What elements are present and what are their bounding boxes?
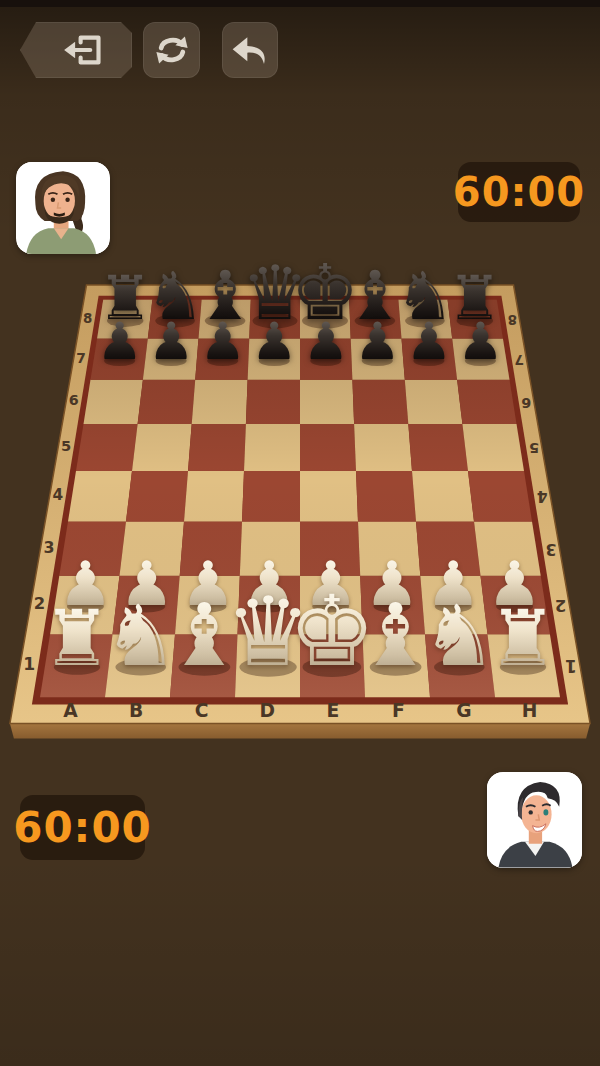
square-b4[interactable] xyxy=(126,471,188,522)
piece-black-pawn-c7[interactable]: ♟ xyxy=(200,316,246,368)
exit-button[interactable] xyxy=(20,22,132,78)
square-a4[interactable] xyxy=(68,471,132,522)
piece-black-pawn-e7[interactable]: ♟ xyxy=(303,316,349,368)
square-b6[interactable] xyxy=(138,380,196,424)
piece-black-pawn-h7[interactable]: ♟ xyxy=(457,316,503,368)
square-f6[interactable] xyxy=(352,380,408,424)
square-c5[interactable] xyxy=(188,424,246,471)
rank-label-right-6: 6 xyxy=(521,395,531,411)
timer-top: 60:00 xyxy=(458,162,580,222)
square-c6[interactable] xyxy=(192,380,248,424)
file-label-d: D xyxy=(259,700,275,721)
square-a5[interactable] xyxy=(76,424,138,471)
file-label-f: F xyxy=(392,700,405,721)
restart-icon xyxy=(153,31,191,69)
rank-label-right-4: 4 xyxy=(537,487,548,505)
rank-label-left-6: 6 xyxy=(69,392,79,408)
rank-label-right-3: 3 xyxy=(545,540,556,559)
piece-black-pawn-g7[interactable]: ♟ xyxy=(406,316,452,368)
file-label-a: A xyxy=(63,700,78,721)
rank-label-left-5: 5 xyxy=(61,437,71,454)
rank-label-left-1: 1 xyxy=(23,654,35,674)
square-g4[interactable] xyxy=(412,471,474,522)
piece-white-knight-g1[interactable]: ♞ xyxy=(422,594,497,678)
undo-button[interactable] xyxy=(222,22,278,78)
square-f5[interactable] xyxy=(354,424,412,471)
piece-black-pawn-f7[interactable]: ♟ xyxy=(354,316,400,368)
board-side-face xyxy=(10,724,590,739)
player-avatar-bottom xyxy=(487,772,582,868)
file-label-e: E xyxy=(326,700,339,721)
piece-black-pawn-d7[interactable]: ♟ xyxy=(251,316,297,368)
timer-bottom: 60:00 xyxy=(20,795,145,860)
square-d6[interactable] xyxy=(246,380,300,424)
square-f4[interactable] xyxy=(356,471,416,522)
file-label-g: G xyxy=(456,700,471,721)
square-a6[interactable] xyxy=(84,380,143,424)
board-svg: 1122334455667788ABCDEFGH xyxy=(0,0,600,1066)
rank-label-right-8: 8 xyxy=(508,312,517,327)
file-label-c: C xyxy=(195,700,209,721)
young-man-illustration xyxy=(487,772,582,868)
square-h4[interactable] xyxy=(468,471,532,522)
square-d5[interactable] xyxy=(244,424,300,471)
square-h6[interactable] xyxy=(457,380,516,424)
square-e5[interactable] xyxy=(300,424,356,471)
square-e6[interactable] xyxy=(300,380,354,424)
piece-white-rook-a1[interactable]: ♜ xyxy=(42,600,111,677)
rank-label-right-7: 7 xyxy=(514,352,524,368)
restart-button[interactable] xyxy=(143,22,200,78)
bearded-man-illustration xyxy=(16,162,110,254)
piece-white-rook-h1[interactable]: ♜ xyxy=(488,600,557,677)
player-avatar-top xyxy=(16,162,110,254)
chess-app-screen: { "game": "chess", "position": "rnbqkbnr… xyxy=(0,0,600,1066)
timer-top-value: 60:00 xyxy=(453,169,585,215)
piece-black-pawn-a7[interactable]: ♟ xyxy=(97,316,143,368)
rank-label-right-5: 5 xyxy=(529,440,539,457)
file-label-b: B xyxy=(129,700,143,721)
square-c4[interactable] xyxy=(184,471,244,522)
timer-bottom-value: 60:00 xyxy=(13,803,152,852)
file-label-h: H xyxy=(522,700,538,721)
rank-label-left-3: 3 xyxy=(43,538,54,557)
rank-label-left-8: 8 xyxy=(83,311,92,326)
square-d4[interactable] xyxy=(242,471,300,522)
chess-board-area: 1122334455667788ABCDEFGH♜♞♝♛♚♝♞♜♟♟♟♟♟♟♟♟… xyxy=(0,0,600,1066)
exit-icon xyxy=(60,31,104,69)
square-b5[interactable] xyxy=(132,424,192,471)
square-h5[interactable] xyxy=(462,424,524,471)
piece-black-pawn-b7[interactable]: ♟ xyxy=(148,316,194,368)
square-g5[interactable] xyxy=(408,424,468,471)
rank-label-right-1: 1 xyxy=(565,656,577,676)
rank-label-left-7: 7 xyxy=(76,350,86,366)
undo-icon xyxy=(230,32,270,68)
square-e4[interactable] xyxy=(300,471,358,522)
rank-label-left-4: 4 xyxy=(52,486,63,504)
square-g6[interactable] xyxy=(405,380,463,424)
